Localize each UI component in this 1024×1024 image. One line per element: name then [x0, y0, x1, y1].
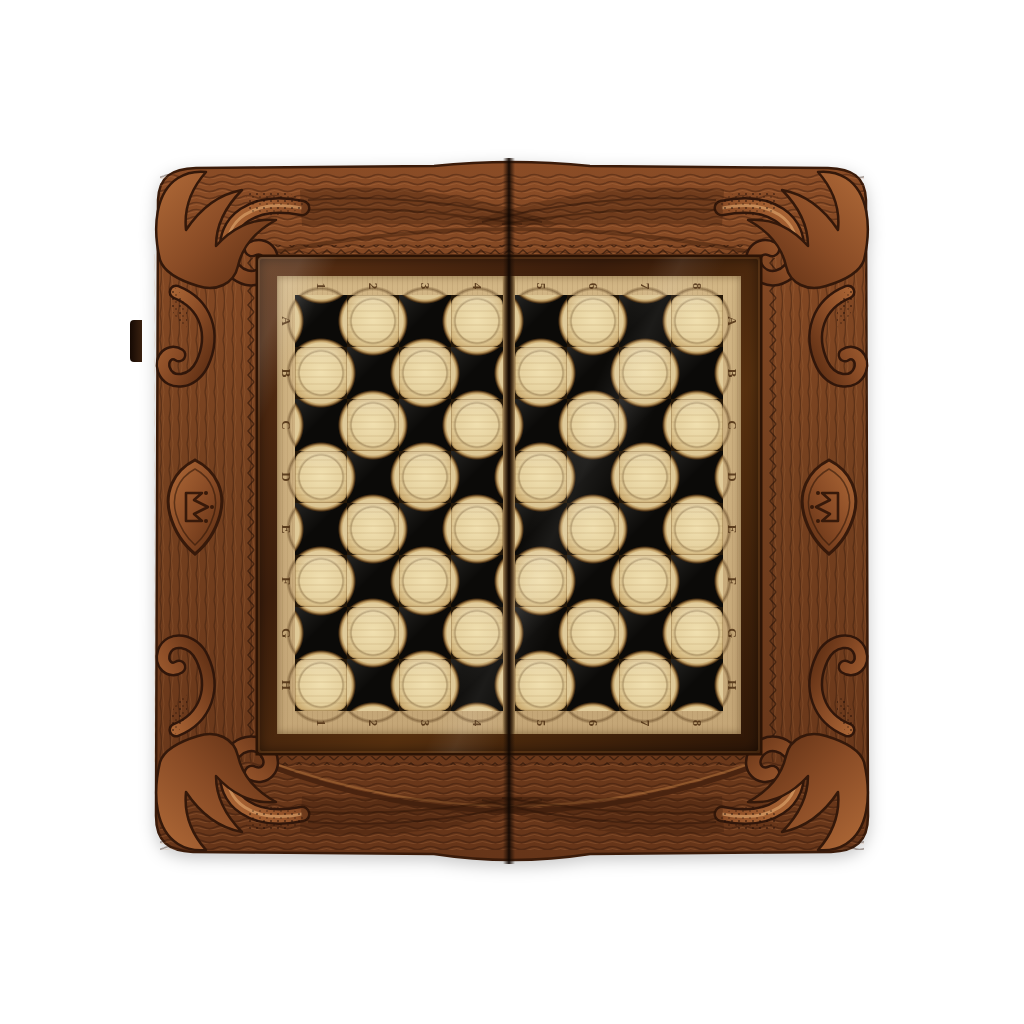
- square-H8: [671, 659, 723, 711]
- square-E4: [451, 503, 503, 555]
- file-label: 6: [585, 282, 601, 289]
- square-A7: [619, 295, 671, 347]
- rank-label-cell: G: [277, 607, 295, 659]
- rank-label-cell: E: [277, 503, 295, 555]
- square-E3: [399, 503, 451, 555]
- rank-label-cell: F: [277, 555, 295, 607]
- square-F7: [619, 555, 671, 607]
- square-E8: [671, 503, 723, 555]
- file-label: 2: [365, 282, 381, 289]
- square-A8: [671, 295, 723, 347]
- file-label: 8: [689, 282, 705, 289]
- file-label: 7: [637, 282, 653, 289]
- rank-label: F: [724, 577, 740, 585]
- file-label-cell: 6: [567, 276, 619, 295]
- rank-label-cell: D: [277, 451, 295, 503]
- file-label: 6: [585, 719, 601, 726]
- file-label: 1: [313, 282, 329, 289]
- file-label-cell: 5: [515, 276, 567, 295]
- file-label: 5: [533, 282, 549, 289]
- rank-label-cell: D: [723, 451, 741, 503]
- square-G2: [347, 607, 399, 659]
- square-B4: [451, 347, 503, 399]
- square-C8: [671, 399, 723, 451]
- rank-label-cell: G: [723, 607, 741, 659]
- square-F4: [451, 555, 503, 607]
- square-D2: [347, 451, 399, 503]
- file-label: 1: [313, 719, 329, 726]
- file-label-cell: 5: [515, 711, 567, 734]
- file-label-cell: 1: [295, 711, 347, 734]
- rank-label-cell: C: [723, 399, 741, 451]
- square-G6: [567, 607, 619, 659]
- rank-label-cell: H: [277, 659, 295, 711]
- square-H6: [567, 659, 619, 711]
- rank-label-cell: A: [723, 295, 741, 347]
- chess-board-right-half: [515, 295, 723, 711]
- square-D6: [567, 451, 619, 503]
- rank-label-cell: B: [723, 347, 741, 399]
- rank-label: C: [724, 420, 740, 429]
- rank-label: E: [278, 525, 294, 534]
- square-F3: [399, 555, 451, 607]
- file-label-cell: 4: [451, 711, 503, 734]
- left-coordinates: ABCDEFGH: [277, 295, 295, 711]
- board-field: 12345678 12345678 ABCDEFGH ABCDEFGH: [277, 276, 741, 734]
- square-D7: [619, 451, 671, 503]
- chess-board-left-half: [295, 295, 503, 711]
- square-F5: [515, 555, 567, 607]
- square-G7: [619, 607, 671, 659]
- square-B5: [515, 347, 567, 399]
- square-H5: [515, 659, 567, 711]
- file-label-cell: 4: [451, 276, 503, 295]
- rank-label: G: [724, 628, 740, 638]
- square-A5: [515, 295, 567, 347]
- rank-label-cell: C: [277, 399, 295, 451]
- rank-label: A: [278, 316, 294, 325]
- square-B1: [295, 347, 347, 399]
- file-label: 4: [469, 282, 485, 289]
- rank-label: D: [724, 472, 740, 481]
- square-G3: [399, 607, 451, 659]
- zigzag-right: [768, 258, 777, 752]
- square-B3: [399, 347, 451, 399]
- square-B7: [619, 347, 671, 399]
- product-photo: 12345678 12345678 ABCDEFGH ABCDEFGH: [0, 0, 1024, 1024]
- rank-label-cell: F: [723, 555, 741, 607]
- square-D5: [515, 451, 567, 503]
- file-label-cell: 7: [619, 276, 671, 295]
- square-H1: [295, 659, 347, 711]
- square-F1: [295, 555, 347, 607]
- rank-label-cell: H: [723, 659, 741, 711]
- square-C5: [515, 399, 567, 451]
- square-C4: [451, 399, 503, 451]
- square-F8: [671, 555, 723, 607]
- square-A4: [451, 295, 503, 347]
- square-E6: [567, 503, 619, 555]
- square-E7: [619, 503, 671, 555]
- rank-label: B: [278, 369, 294, 378]
- rank-label: D: [278, 472, 294, 481]
- square-C1: [295, 399, 347, 451]
- rank-label-cell: A: [277, 295, 295, 347]
- rank-label-cell: E: [723, 503, 741, 555]
- square-B8: [671, 347, 723, 399]
- rank-label: H: [278, 680, 294, 690]
- rank-label: E: [724, 525, 740, 534]
- square-G8: [671, 607, 723, 659]
- square-H7: [619, 659, 671, 711]
- square-E5: [515, 503, 567, 555]
- zigzag-left: [247, 258, 256, 752]
- rank-label: G: [278, 628, 294, 638]
- file-label-cell: 7: [619, 711, 671, 734]
- square-C6: [567, 399, 619, 451]
- right-coordinates: ABCDEFGH: [723, 295, 741, 711]
- square-G1: [295, 607, 347, 659]
- file-label: 3: [417, 719, 433, 726]
- file-label-cell: 3: [399, 711, 451, 734]
- square-F6: [567, 555, 619, 607]
- square-C2: [347, 399, 399, 451]
- zigzag-bottom: [260, 756, 758, 765]
- game-box: 12345678 12345678 ABCDEFGH ABCDEFGH: [258, 257, 760, 753]
- zigzag-top: [260, 245, 758, 254]
- file-label-cell: 3: [399, 276, 451, 295]
- file-label: 7: [637, 719, 653, 726]
- square-C7: [619, 399, 671, 451]
- square-H3: [399, 659, 451, 711]
- file-label: 4: [469, 719, 485, 726]
- file-label: 3: [417, 282, 433, 289]
- square-D8: [671, 451, 723, 503]
- fold-gap: [503, 276, 515, 734]
- square-E2: [347, 503, 399, 555]
- square-G5: [515, 607, 567, 659]
- file-label-cell: 8: [671, 711, 723, 734]
- rank-label: H: [724, 680, 740, 690]
- file-label: 8: [689, 719, 705, 726]
- rank-label: C: [278, 420, 294, 429]
- square-D1: [295, 451, 347, 503]
- square-A3: [399, 295, 451, 347]
- file-label-cell: 2: [347, 276, 399, 295]
- square-A6: [567, 295, 619, 347]
- square-A2: [347, 295, 399, 347]
- square-C3: [399, 399, 451, 451]
- rank-label: A: [724, 316, 740, 325]
- file-label-cell: 8: [671, 276, 723, 295]
- square-H2: [347, 659, 399, 711]
- square-F2: [347, 555, 399, 607]
- square-H4: [451, 659, 503, 711]
- square-D3: [399, 451, 451, 503]
- rank-label: B: [724, 369, 740, 378]
- file-label-cell: 2: [347, 711, 399, 734]
- rank-label: F: [278, 577, 294, 585]
- square-A1: [295, 295, 347, 347]
- rank-label-cell: B: [277, 347, 295, 399]
- square-B2: [347, 347, 399, 399]
- file-label-cell: 1: [295, 276, 347, 295]
- square-B6: [567, 347, 619, 399]
- file-label: 2: [365, 719, 381, 726]
- square-G4: [451, 607, 503, 659]
- square-E1: [295, 503, 347, 555]
- file-label-cell: 6: [567, 711, 619, 734]
- square-D4: [451, 451, 503, 503]
- file-label: 5: [533, 719, 549, 726]
